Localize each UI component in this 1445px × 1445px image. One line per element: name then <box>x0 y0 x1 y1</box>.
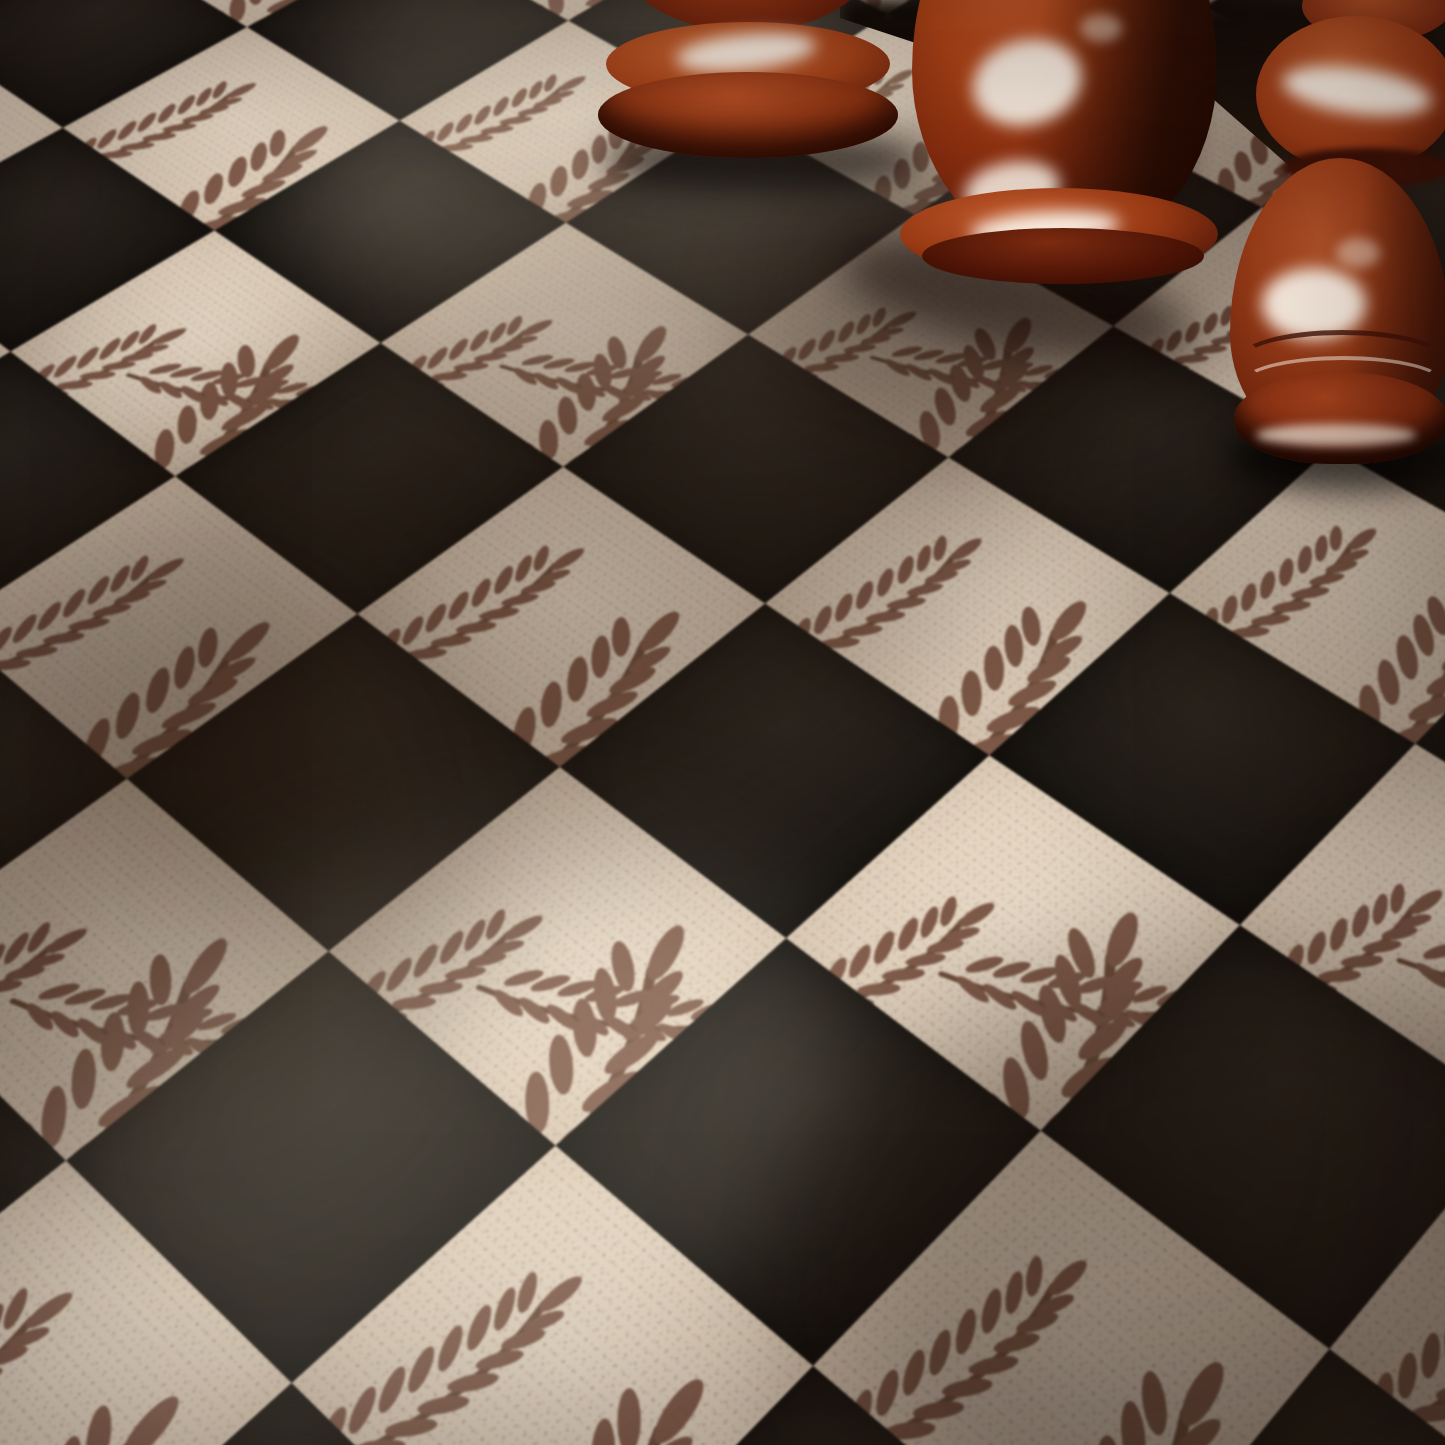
pawn3-base <box>1234 372 1445 464</box>
pawn3-base-glint <box>1256 424 1416 446</box>
photo-checkerboard-closeup: Close-up photograph of a folk-art fabric… <box>0 0 1445 1445</box>
checkerboard[interactable] <box>0 0 1445 1445</box>
pawn-mahogany-1[interactable] <box>640 0 900 200</box>
pawn1-base <box>598 72 898 158</box>
pawn-mahogany-2[interactable] <box>912 0 1222 340</box>
pawn3-bell-sparkle <box>1336 238 1380 268</box>
board-scene <box>0 0 1445 1445</box>
pawn-mahogany-3[interactable] <box>1234 0 1445 500</box>
pawn2-specular-sparkle <box>1080 14 1122 42</box>
pawn2-base <box>922 228 1204 284</box>
